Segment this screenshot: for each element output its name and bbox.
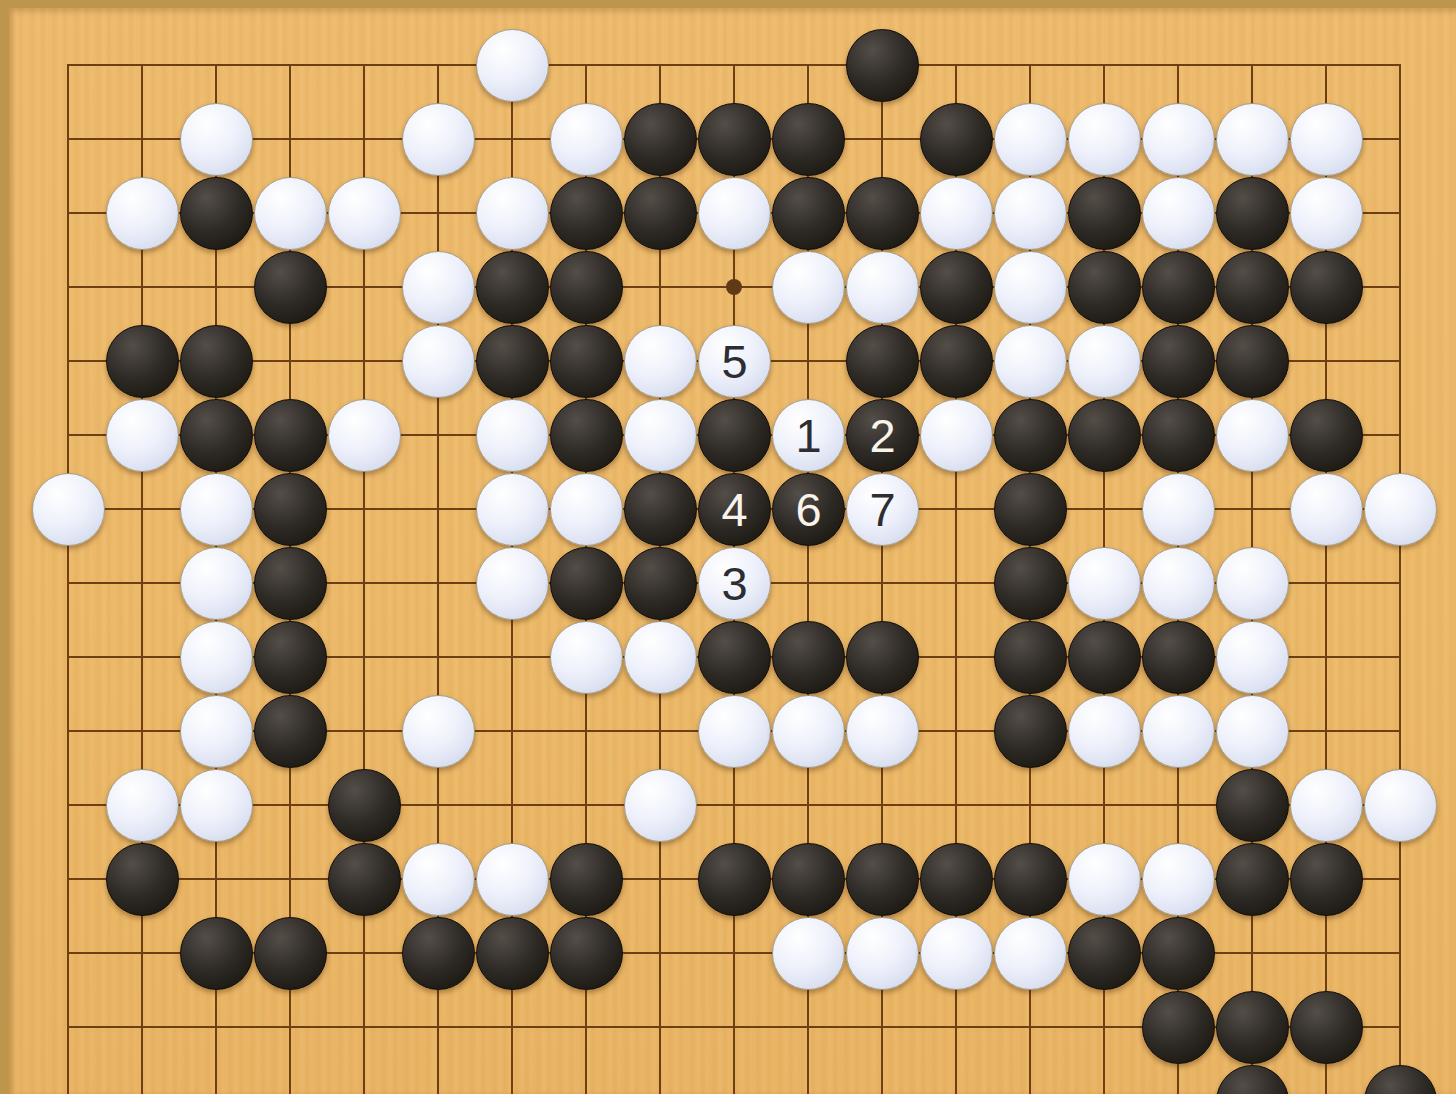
stone-white — [550, 473, 623, 546]
stone-black — [1290, 399, 1363, 472]
stone-black — [254, 917, 327, 990]
stone-black — [624, 103, 697, 176]
stone-white — [1290, 103, 1363, 176]
stone-white — [994, 251, 1067, 324]
stone-black — [698, 103, 771, 176]
stone-black — [1216, 325, 1289, 398]
stone-white — [698, 695, 771, 768]
stone-white — [1142, 695, 1215, 768]
stone-black — [254, 621, 327, 694]
stone-white — [180, 621, 253, 694]
stone-black — [1142, 251, 1215, 324]
stone-white — [1142, 177, 1215, 250]
stone-white — [624, 325, 697, 398]
stone-black — [402, 917, 475, 990]
stone-white — [106, 177, 179, 250]
stone-white — [624, 399, 697, 472]
stone-white — [1216, 695, 1289, 768]
stone-white — [1216, 103, 1289, 176]
stone-white — [772, 251, 845, 324]
stone-white — [550, 621, 623, 694]
stone-black — [1068, 621, 1141, 694]
stone-white — [1068, 103, 1141, 176]
stone-black — [476, 917, 549, 990]
stone-white — [180, 769, 253, 842]
go-app-screenshot: 5124673 — [0, 0, 1456, 1094]
stone-black — [624, 473, 697, 546]
stone-white — [180, 103, 253, 176]
stone-black — [1142, 917, 1215, 990]
move-3-stone-white: 3 — [698, 547, 771, 620]
stone-black — [920, 103, 993, 176]
stone-black — [328, 843, 401, 916]
stone-white — [1068, 695, 1141, 768]
stone-black — [180, 177, 253, 250]
stone-black — [550, 177, 623, 250]
stone-white — [846, 251, 919, 324]
stone-black — [994, 547, 1067, 620]
stone-black — [550, 325, 623, 398]
stone-black — [106, 843, 179, 916]
stone-white — [1290, 473, 1363, 546]
stone-white — [402, 251, 475, 324]
move-number-label: 5 — [721, 338, 746, 385]
stone-white — [920, 917, 993, 990]
stone-black — [254, 251, 327, 324]
move-number-label: 4 — [721, 486, 746, 533]
stone-black — [550, 843, 623, 916]
stone-white — [328, 399, 401, 472]
stone-black — [254, 695, 327, 768]
stone-black — [772, 843, 845, 916]
move-4-stone-black: 4 — [698, 473, 771, 546]
stone-white — [994, 103, 1067, 176]
stone-white — [476, 547, 549, 620]
stone-black — [550, 251, 623, 324]
stone-black — [698, 621, 771, 694]
move-5-stone-white: 5 — [698, 325, 771, 398]
stone-black — [994, 695, 1067, 768]
move-number-label: 2 — [869, 412, 894, 459]
stone-white — [180, 695, 253, 768]
stone-white — [624, 621, 697, 694]
stone-black — [772, 103, 845, 176]
stone-black — [994, 473, 1067, 546]
stone-white — [772, 695, 845, 768]
stone-white — [1068, 547, 1141, 620]
stone-white — [476, 399, 549, 472]
stone-black — [624, 547, 697, 620]
stone-black — [1068, 399, 1141, 472]
stone-white — [180, 547, 253, 620]
stone-grid: 5124673 — [31, 28, 1437, 1094]
stone-white — [1216, 621, 1289, 694]
stone-black — [1142, 399, 1215, 472]
move-number-label: 6 — [795, 486, 820, 533]
move-7-stone-white: 7 — [846, 473, 919, 546]
stone-black — [550, 399, 623, 472]
stone-white — [1364, 769, 1437, 842]
stone-black — [180, 917, 253, 990]
stone-black — [698, 843, 771, 916]
go-board[interactable]: 5124673 — [9, 8, 1456, 1094]
move-6-stone-black: 6 — [772, 473, 845, 546]
stone-black — [772, 621, 845, 694]
stone-white — [328, 177, 401, 250]
stone-white — [1290, 769, 1363, 842]
stone-black — [180, 325, 253, 398]
stone-black — [920, 325, 993, 398]
stone-black — [1142, 621, 1215, 694]
stone-white — [254, 177, 327, 250]
stone-white — [846, 695, 919, 768]
stone-white — [994, 917, 1067, 990]
stone-white — [1142, 103, 1215, 176]
move-number-label: 1 — [795, 412, 820, 459]
stone-black — [254, 473, 327, 546]
stone-black — [476, 251, 549, 324]
stone-white — [624, 769, 697, 842]
stone-black — [1216, 843, 1289, 916]
stone-white — [32, 473, 105, 546]
stone-black — [920, 843, 993, 916]
stone-white — [550, 103, 623, 176]
stone-white — [476, 843, 549, 916]
stone-black — [1142, 325, 1215, 398]
stone-black — [846, 325, 919, 398]
stone-white — [180, 473, 253, 546]
stone-white — [1142, 473, 1215, 546]
stone-black — [1216, 991, 1289, 1064]
stone-black — [698, 399, 771, 472]
stone-black — [328, 769, 401, 842]
stone-black — [772, 177, 845, 250]
stone-white — [846, 917, 919, 990]
stone-black — [1068, 917, 1141, 990]
stone-black — [254, 399, 327, 472]
stone-white — [476, 473, 549, 546]
stone-black — [1216, 177, 1289, 250]
stone-white — [476, 177, 549, 250]
stone-white — [772, 917, 845, 990]
stone-black — [846, 29, 919, 102]
stone-black — [994, 843, 1067, 916]
stone-black — [1290, 843, 1363, 916]
stone-black — [1290, 251, 1363, 324]
stone-black — [994, 621, 1067, 694]
stone-black — [624, 177, 697, 250]
stone-white — [1290, 177, 1363, 250]
stone-black — [1068, 251, 1141, 324]
stone-white — [994, 177, 1067, 250]
move-1-stone-white: 1 — [772, 399, 845, 472]
stone-black — [1290, 991, 1363, 1064]
stone-black — [106, 325, 179, 398]
stone-white — [1364, 473, 1437, 546]
stone-black — [1364, 1065, 1437, 1094]
move-number-label: 7 — [869, 486, 894, 533]
stone-white — [1068, 325, 1141, 398]
stone-white — [106, 769, 179, 842]
stone-black — [846, 843, 919, 916]
stone-white — [1216, 399, 1289, 472]
stone-black — [846, 621, 919, 694]
stone-white — [402, 103, 475, 176]
move-number-label: 3 — [721, 560, 746, 607]
stone-white — [106, 399, 179, 472]
stone-white — [402, 325, 475, 398]
stone-white — [476, 29, 549, 102]
move-2-stone-black: 2 — [846, 399, 919, 472]
stone-black — [1216, 769, 1289, 842]
stone-black — [846, 177, 919, 250]
stone-white — [402, 843, 475, 916]
stone-white — [1142, 547, 1215, 620]
stone-black — [1216, 1065, 1289, 1094]
stone-white — [402, 695, 475, 768]
stone-black — [550, 917, 623, 990]
stone-black — [994, 399, 1067, 472]
stone-white — [920, 177, 993, 250]
stone-black — [550, 547, 623, 620]
stone-white — [1068, 843, 1141, 916]
stone-black — [254, 547, 327, 620]
stone-black — [920, 251, 993, 324]
stone-white — [920, 399, 993, 472]
stone-black — [1216, 251, 1289, 324]
stone-black — [180, 399, 253, 472]
stone-white — [1216, 547, 1289, 620]
stone-white — [994, 325, 1067, 398]
stone-white — [1142, 843, 1215, 916]
stone-white — [698, 177, 771, 250]
stone-black — [476, 325, 549, 398]
stone-black — [1068, 177, 1141, 250]
stone-black — [1142, 991, 1215, 1064]
